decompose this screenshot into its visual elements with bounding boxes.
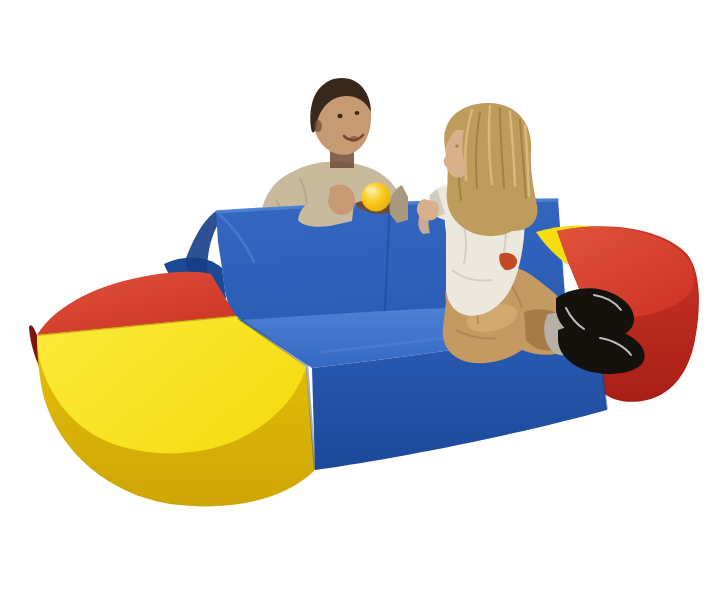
boy-ear bbox=[314, 120, 322, 132]
boy-eye-left bbox=[337, 114, 342, 118]
girl-eye bbox=[455, 145, 459, 148]
screenshot-root bbox=[0, 0, 720, 600]
product-photo-canvas bbox=[0, 0, 720, 600]
boy-eye-right bbox=[355, 111, 360, 115]
yellow-ball-glint bbox=[366, 187, 377, 194]
yellow-ball bbox=[362, 183, 391, 212]
boy-open-mouth bbox=[349, 136, 359, 142]
